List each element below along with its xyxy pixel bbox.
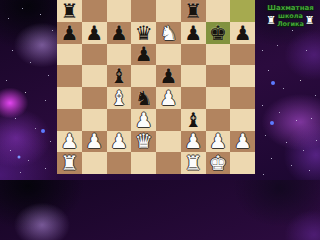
square-b2: ♟ [82,131,107,153]
square-d6: ♟ [131,44,156,66]
black-pawn-e5: ♟ [159,66,177,86]
branding-line3: Логика [277,20,304,28]
square-c6 [107,44,132,66]
square-b1 [82,152,107,174]
square-c8 [107,0,132,22]
square-e7: ♞ [156,22,181,44]
branding-row: ♜ школа Логика ♜ [262,12,319,28]
white-rook-icon: ♜ [305,15,315,26]
square-h2: ♟ [230,131,255,153]
branding-line1: Шахматная [262,4,319,12]
square-d3: ♟ [131,109,156,131]
square-g6 [206,44,231,66]
square-d8 [131,0,156,22]
white-rook-f1: ♜ [184,153,202,173]
square-e1 [156,152,181,174]
square-c7: ♟ [107,22,132,44]
square-d2: ♛ [131,131,156,153]
square-g5 [206,65,231,87]
square-d4: ♞ [131,87,156,109]
white-pawn-f2: ♟ [184,131,202,151]
white-pawn-h2: ♟ [234,131,252,151]
square-a8: ♜ [57,0,82,22]
white-pawn-e4: ♟ [159,87,177,107]
square-c4: ♝ [107,87,132,109]
square-a1: ♜ [57,152,82,174]
square-g1: ♚ [206,152,231,174]
square-b7: ♟ [82,22,107,44]
square-a3 [57,109,82,131]
square-b8 [82,0,107,22]
square-h4 [230,87,255,109]
square-e8 [156,0,181,22]
square-a4 [57,87,82,109]
square-g7: ♚ [206,22,231,44]
black-pawn-d6: ♟ [135,44,153,64]
square-b6 [82,44,107,66]
starfield-blue-stars [0,0,2,2]
square-g2: ♟ [206,131,231,153]
square-e3 [156,109,181,131]
chess-board: ♜♜♟♟♟♛♞♟♚♟♟♝♟♝♞♟♟♝♟♟♟♛♟♟♟♜♜♚ [57,0,255,174]
square-f7: ♟ [181,22,206,44]
black-bishop-f3: ♝ [184,109,202,129]
branding-line2: школа [277,12,304,20]
white-pawn-c2: ♟ [110,131,128,151]
white-king-g1: ♚ [209,153,227,173]
square-f8: ♜ [181,0,206,22]
square-b4 [82,87,107,109]
square-a7: ♟ [57,22,82,44]
white-pawn-a2: ♟ [60,131,78,151]
square-f5 [181,65,206,87]
square-b5 [82,65,107,87]
square-d5 [131,65,156,87]
white-rook-a1: ♜ [60,153,78,173]
square-e2 [156,131,181,153]
white-pawn-g2: ♟ [209,131,227,151]
black-bishop-c5: ♝ [110,66,128,86]
white-rook-icon: ♜ [266,15,276,26]
square-a2: ♟ [57,131,82,153]
square-f6 [181,44,206,66]
black-knight-d4: ♞ [135,87,153,107]
black-king-g7: ♚ [209,22,227,42]
square-f3: ♝ [181,109,206,131]
square-d7: ♛ [131,22,156,44]
square-g8 [206,0,231,22]
white-pawn-b2: ♟ [85,131,103,151]
square-e6 [156,44,181,66]
black-queen-d7: ♛ [135,22,153,42]
square-c3 [107,109,132,131]
square-a6 [57,44,82,66]
black-rook-f8: ♜ [184,0,202,20]
square-c5: ♝ [107,65,132,87]
square-e5: ♟ [156,65,181,87]
square-f2: ♟ [181,131,206,153]
square-h3 [230,109,255,131]
square-e4: ♟ [156,87,181,109]
square-g3 [206,109,231,131]
square-b3 [82,109,107,131]
square-h8 [230,0,255,22]
black-pawn-h7: ♟ [234,22,252,42]
square-g4 [206,87,231,109]
square-h7: ♟ [230,22,255,44]
black-pawn-c7: ♟ [110,22,128,42]
black-pawn-f7: ♟ [184,22,202,42]
square-a5 [57,65,82,87]
black-pawn-b7: ♟ [85,22,103,42]
square-c2: ♟ [107,131,132,153]
white-knight-e7: ♞ [159,22,177,42]
square-f1: ♜ [181,152,206,174]
square-h1 [230,152,255,174]
black-rook-a8: ♜ [60,0,78,20]
square-f4 [181,87,206,109]
white-bishop-c4: ♝ [110,87,128,107]
channel-branding: Шахматная ♜ школа Логика ♜ [262,4,319,28]
white-pawn-d3: ♟ [135,109,153,129]
square-c1 [107,152,132,174]
square-h6 [230,44,255,66]
square-h5 [230,65,255,87]
white-queen-d2: ♛ [135,131,153,151]
black-pawn-a7: ♟ [60,22,78,42]
square-d1 [131,152,156,174]
